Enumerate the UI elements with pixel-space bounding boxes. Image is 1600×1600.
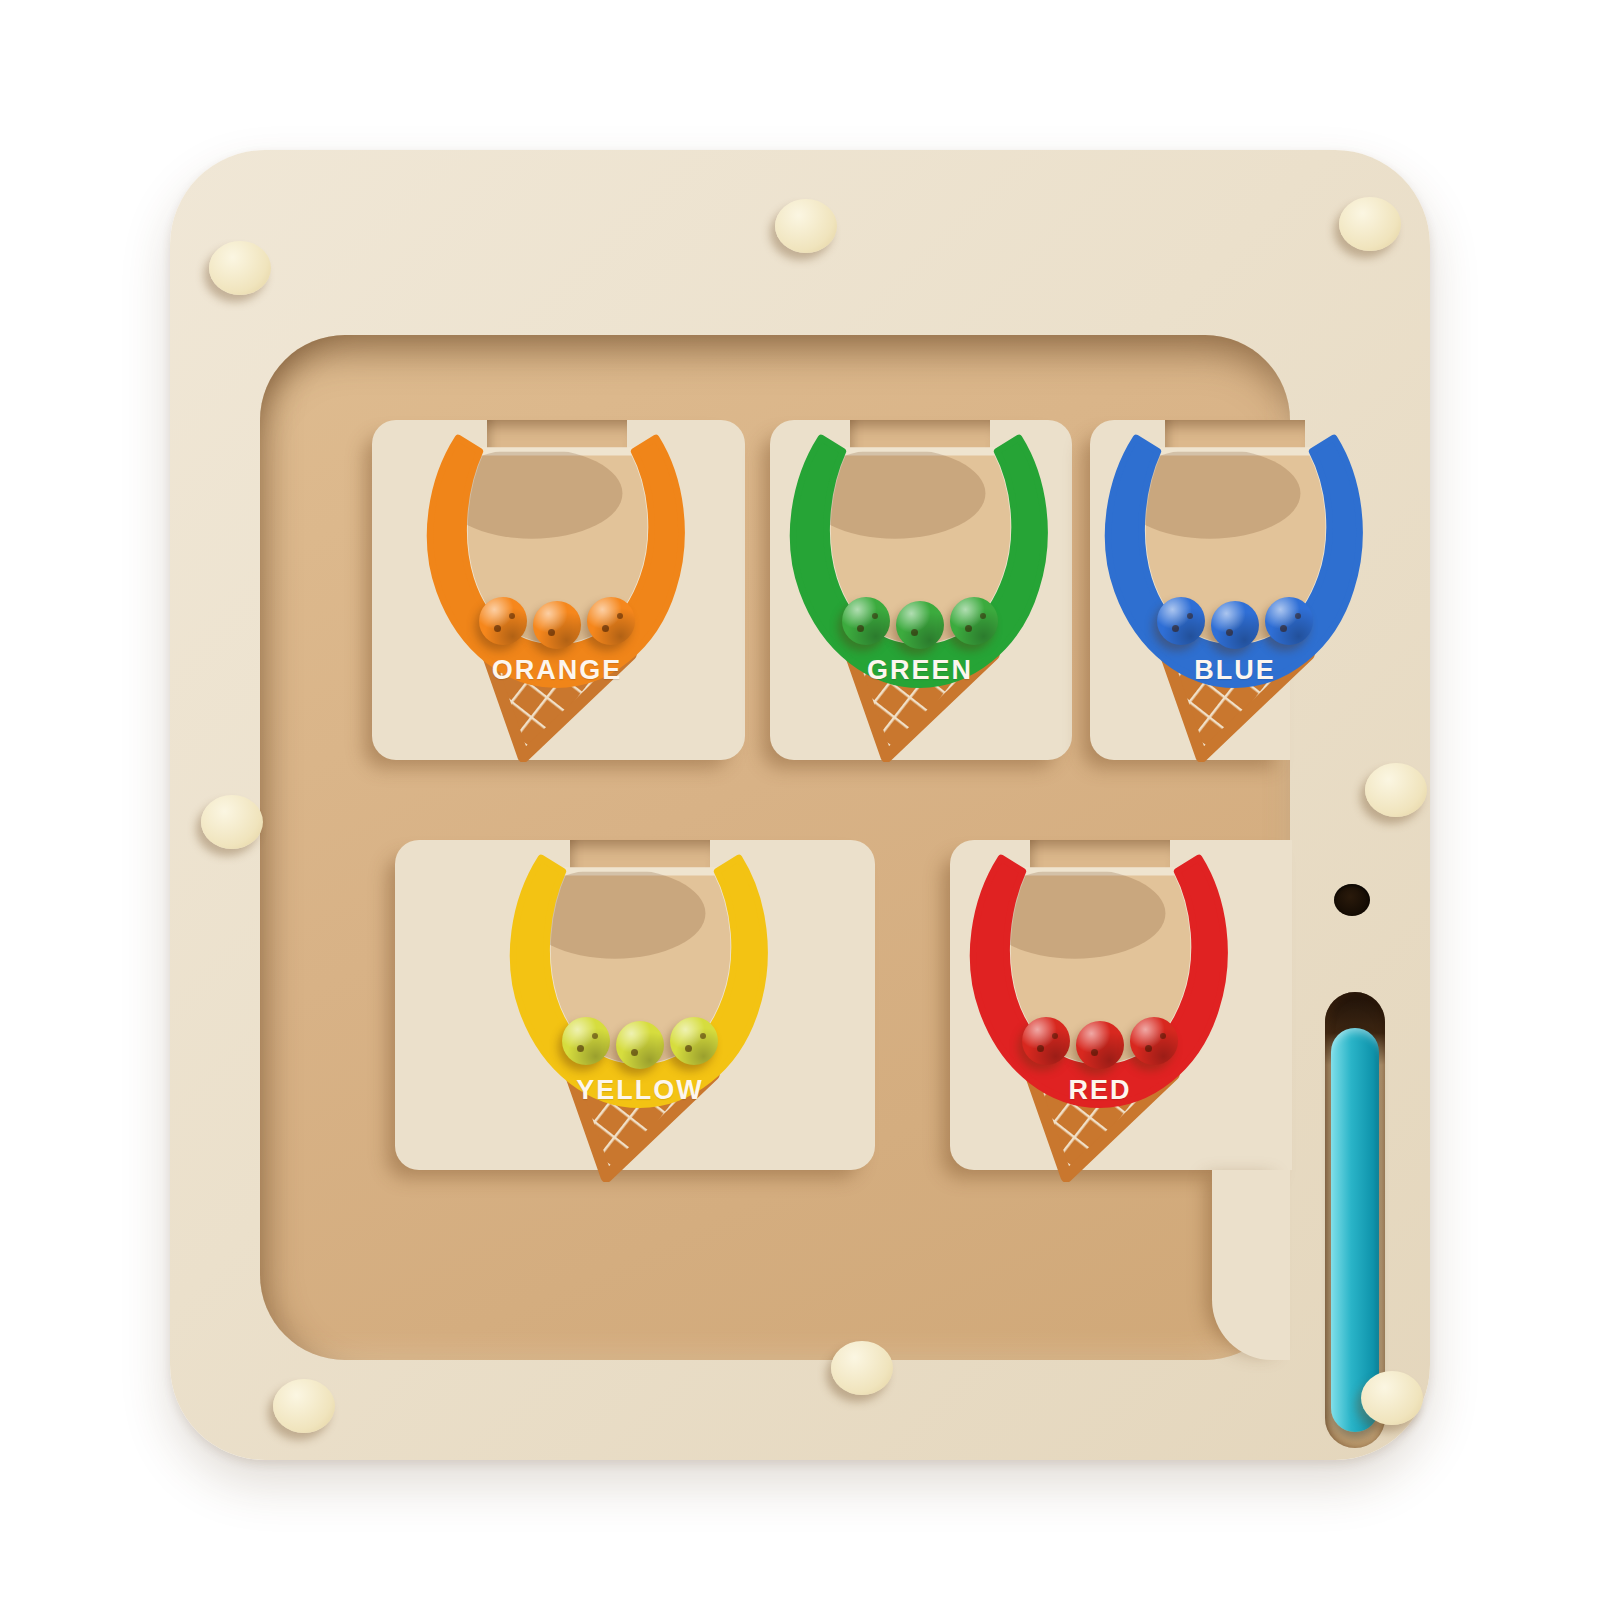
bead-yellow[interactable] xyxy=(562,1017,610,1065)
maze-board: ORANGE GREEN BLUE xyxy=(170,150,1430,1460)
wooden-peg xyxy=(273,1379,335,1433)
bead-green[interactable] xyxy=(896,601,944,649)
bead-yellow[interactable] xyxy=(616,1021,664,1069)
bead-green[interactable] xyxy=(842,597,890,645)
wooden-peg xyxy=(209,241,271,295)
wooden-peg xyxy=(201,795,263,849)
wooden-peg xyxy=(1339,197,1401,251)
wooden-peg xyxy=(775,199,837,253)
bead-orange[interactable] xyxy=(587,597,635,645)
wooden-peg xyxy=(1365,763,1427,817)
bead-orange[interactable] xyxy=(533,601,581,649)
cone-orange: ORANGE xyxy=(406,426,708,762)
bead-orange[interactable] xyxy=(479,597,527,645)
bead-yellow[interactable] xyxy=(670,1017,718,1065)
cone-red: RED xyxy=(949,846,1251,1182)
bead-blue[interactable] xyxy=(1211,601,1259,649)
bead-red[interactable] xyxy=(1076,1021,1124,1069)
cone-green: GREEN xyxy=(769,426,1071,762)
bead-green[interactable] xyxy=(950,597,998,645)
bead-red[interactable] xyxy=(1022,1017,1070,1065)
cone-blue: BLUE xyxy=(1084,426,1386,762)
bead-blue[interactable] xyxy=(1157,597,1205,645)
wooden-peg xyxy=(831,1341,893,1395)
cone-yellow: YELLOW xyxy=(489,846,791,1182)
bead-red[interactable] xyxy=(1130,1017,1178,1065)
island-corner-patch xyxy=(1212,1170,1290,1360)
magnetic-pen[interactable] xyxy=(1331,1028,1379,1432)
product-photo: ORANGE GREEN BLUE xyxy=(0,0,1600,1600)
wooden-peg xyxy=(1361,1371,1423,1425)
bead-blue[interactable] xyxy=(1265,597,1313,645)
stylus-park-hole xyxy=(1334,884,1370,916)
